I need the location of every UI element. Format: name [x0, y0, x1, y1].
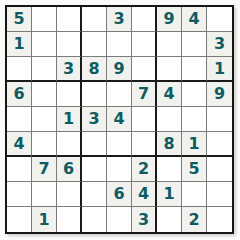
cell-r6c6[interactable] — [132, 132, 157, 157]
cell-r6c4[interactable] — [82, 132, 107, 157]
cell-r5c4: 3 — [82, 107, 107, 132]
cell-r3c7[interactable] — [157, 57, 182, 82]
cell-r2c3[interactable] — [57, 32, 82, 57]
cell-r1c2[interactable] — [32, 7, 57, 32]
cell-r5c3: 1 — [57, 107, 82, 132]
cell-r9c2: 1 — [32, 207, 57, 232]
cell-r9c9[interactable] — [207, 207, 232, 232]
cell-r1c3[interactable] — [57, 7, 82, 32]
cell-r2c4[interactable] — [82, 32, 107, 57]
cell-r4c4[interactable] — [82, 82, 107, 107]
cell-r8c7: 1 — [157, 182, 182, 207]
cell-r8c5: 6 — [107, 182, 132, 207]
cell-r6c1: 4 — [7, 132, 32, 157]
cell-r3c6[interactable] — [132, 57, 157, 82]
cell-r9c8: 2 — [182, 207, 207, 232]
cell-r1c1: 5 — [7, 7, 32, 32]
cell-r6c7: 8 — [157, 132, 182, 157]
cell-r5c1[interactable] — [7, 107, 32, 132]
cell-r4c7: 4 — [157, 82, 182, 107]
cell-r7c7[interactable] — [157, 157, 182, 182]
cell-r4c2[interactable] — [32, 82, 57, 107]
cell-r5c2[interactable] — [32, 107, 57, 132]
cell-r4c8[interactable] — [182, 82, 207, 107]
cell-r8c3[interactable] — [57, 182, 82, 207]
sudoku-board: 539413389167491344817625641132 — [5, 5, 234, 234]
cell-r9c1[interactable] — [7, 207, 32, 232]
cell-r7c2: 7 — [32, 157, 57, 182]
cell-r1c8: 4 — [182, 7, 207, 32]
cell-r3c9: 1 — [207, 57, 232, 82]
cell-r9c5[interactable] — [107, 207, 132, 232]
cell-r7c9[interactable] — [207, 157, 232, 182]
cell-r4c5[interactable] — [107, 82, 132, 107]
cell-r8c8[interactable] — [182, 182, 207, 207]
cell-r5c5: 4 — [107, 107, 132, 132]
cell-r2c7[interactable] — [157, 32, 182, 57]
cell-r9c3[interactable] — [57, 207, 82, 232]
cell-r4c9: 9 — [207, 82, 232, 107]
cell-r5c9[interactable] — [207, 107, 232, 132]
cell-r1c5: 3 — [107, 7, 132, 32]
cell-r3c4: 8 — [82, 57, 107, 82]
cell-r3c2[interactable] — [32, 57, 57, 82]
cell-r5c7[interactable] — [157, 107, 182, 132]
cell-r2c1: 1 — [7, 32, 32, 57]
cell-r6c9[interactable] — [207, 132, 232, 157]
cell-r3c5: 9 — [107, 57, 132, 82]
cell-r7c8: 5 — [182, 157, 207, 182]
cell-r2c2[interactable] — [32, 32, 57, 57]
cell-r3c3: 3 — [57, 57, 82, 82]
sudoku-board-container: 539413389167491344817625641132 — [5, 5, 234, 234]
cell-r2c6[interactable] — [132, 32, 157, 57]
cell-r7c3: 6 — [57, 157, 82, 182]
cell-r8c6: 4 — [132, 182, 157, 207]
cell-r8c2[interactable] — [32, 182, 57, 207]
cell-r7c4[interactable] — [82, 157, 107, 182]
cell-r1c7: 9 — [157, 7, 182, 32]
cell-r2c9: 3 — [207, 32, 232, 57]
cell-r2c5[interactable] — [107, 32, 132, 57]
cell-r4c1: 6 — [7, 82, 32, 107]
cell-r7c5[interactable] — [107, 157, 132, 182]
cell-r6c3[interactable] — [57, 132, 82, 157]
cell-r6c5[interactable] — [107, 132, 132, 157]
cell-r1c9[interactable] — [207, 7, 232, 32]
cell-r9c6: 3 — [132, 207, 157, 232]
cell-r9c4[interactable] — [82, 207, 107, 232]
cell-r9c7[interactable] — [157, 207, 182, 232]
cell-r1c4[interactable] — [82, 7, 107, 32]
cell-r6c8: 1 — [182, 132, 207, 157]
cell-r6c2[interactable] — [32, 132, 57, 157]
cell-r4c3[interactable] — [57, 82, 82, 107]
cell-r5c8[interactable] — [182, 107, 207, 132]
cell-r4c6: 7 — [132, 82, 157, 107]
cell-r8c1[interactable] — [7, 182, 32, 207]
cell-r3c8[interactable] — [182, 57, 207, 82]
cell-r8c4[interactable] — [82, 182, 107, 207]
cell-r2c8[interactable] — [182, 32, 207, 57]
cell-r8c9[interactable] — [207, 182, 232, 207]
cell-r7c1[interactable] — [7, 157, 32, 182]
cell-r1c6[interactable] — [132, 7, 157, 32]
cell-r7c6: 2 — [132, 157, 157, 182]
cell-r3c1[interactable] — [7, 57, 32, 82]
cell-r5c6[interactable] — [132, 107, 157, 132]
